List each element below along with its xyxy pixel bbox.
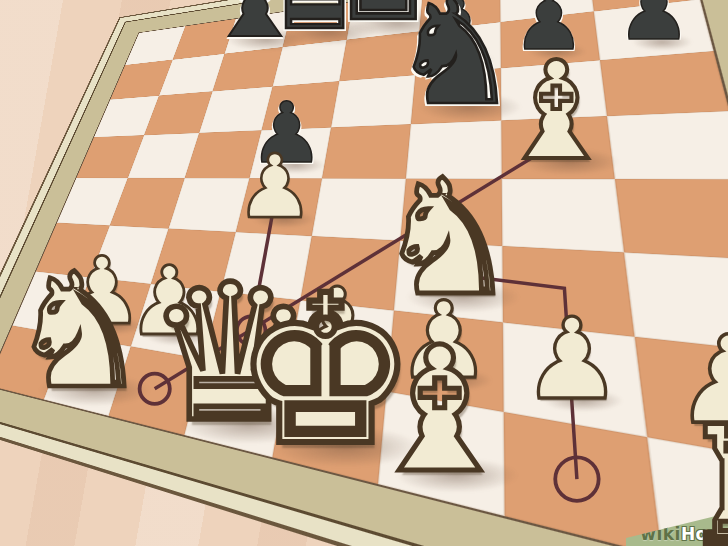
square-g3[interactable] xyxy=(502,246,634,337)
square-h4[interactable] xyxy=(614,179,728,259)
square-e5[interactable] xyxy=(322,124,410,179)
square-f7[interactable] xyxy=(415,22,501,75)
square-f6[interactable] xyxy=(410,68,501,124)
square-g7[interactable] xyxy=(500,11,599,68)
square-h5[interactable] xyxy=(606,111,728,180)
square-d6[interactable] xyxy=(261,81,339,130)
square-f3[interactable] xyxy=(393,240,503,322)
square-f4[interactable] xyxy=(400,179,503,246)
square-d5[interactable] xyxy=(249,127,331,178)
watermark-how-text: How xyxy=(681,524,724,544)
square-g4[interactable] xyxy=(502,179,624,252)
square-g5[interactable] xyxy=(501,116,614,179)
illustration-canvas: ♞♛♚♝♜♟♟♟♟♟♟♞♟♝♟♞♟♟♟♝♛♚ 123 wikiHow xyxy=(0,0,728,546)
square-e4[interactable] xyxy=(312,178,406,240)
square-f5[interactable] xyxy=(405,120,501,179)
square-h7[interactable] xyxy=(593,0,713,60)
chess-board xyxy=(0,0,728,546)
square-d4[interactable] xyxy=(235,178,322,235)
square-h6[interactable] xyxy=(599,51,728,116)
square-e6[interactable] xyxy=(331,75,415,127)
square-d7[interactable] xyxy=(272,40,346,87)
square-d3[interactable] xyxy=(220,232,311,301)
square-g6[interactable] xyxy=(501,60,607,120)
square-e3[interactable] xyxy=(300,236,399,311)
square-e7[interactable] xyxy=(339,31,419,81)
